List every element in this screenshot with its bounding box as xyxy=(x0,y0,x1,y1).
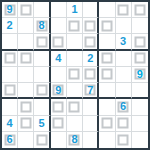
cell-r7c5[interactable] xyxy=(83,116,99,132)
cell-r0c8[interactable] xyxy=(132,2,148,18)
cell-r3c1[interactable] xyxy=(18,51,34,67)
high-digit-marker xyxy=(85,20,96,31)
cell-r1c3[interactable] xyxy=(51,18,67,34)
high-digit-marker xyxy=(69,20,80,31)
high-digit-marker xyxy=(20,118,31,129)
high-digit-marker xyxy=(101,69,112,80)
cell-r2c1[interactable] xyxy=(18,34,34,50)
high-digit-marker xyxy=(36,36,47,47)
cell-r2c3[interactable] xyxy=(51,34,67,50)
cell-r4c2[interactable] xyxy=(34,67,50,83)
cell-digit: 4 xyxy=(7,118,13,129)
high-digit-marker xyxy=(69,101,80,112)
cell-digit: 7 xyxy=(87,85,93,96)
cell-r5c1[interactable] xyxy=(18,83,34,99)
high-digit-marker xyxy=(101,20,112,31)
cell-r3c6[interactable] xyxy=(99,51,115,67)
cell-r6c1[interactable] xyxy=(18,99,34,115)
high-digit-marker xyxy=(85,69,96,80)
cell-r0c5[interactable] xyxy=(83,2,99,18)
cell-r1c4[interactable] xyxy=(67,18,83,34)
high-digit-marker xyxy=(20,101,31,112)
cell-digit: 9 xyxy=(137,69,143,80)
cell-r7c2[interactable]: 5 xyxy=(34,116,50,132)
cell-r5c4[interactable] xyxy=(67,83,83,99)
high-digit-marker xyxy=(101,118,112,129)
high-digit-marker xyxy=(4,85,15,96)
cell-r4c8[interactable]: 9 xyxy=(132,67,148,83)
cell-r5c5[interactable]: 7 xyxy=(83,83,99,99)
cell-r6c7[interactable]: 6 xyxy=(116,99,132,115)
cell-r0c0[interactable]: 9 xyxy=(2,2,18,18)
cell-r7c0[interactable]: 4 xyxy=(2,116,18,132)
high-digit-marker xyxy=(134,4,145,15)
cell-r3c4[interactable] xyxy=(67,51,83,67)
cell-r8c3[interactable] xyxy=(51,132,67,148)
cell-r7c6[interactable] xyxy=(99,116,115,132)
high-digit-marker xyxy=(20,53,31,64)
cell-r1c1[interactable] xyxy=(18,18,34,34)
cell-r8c6[interactable] xyxy=(99,132,115,148)
cell-r5c3[interactable]: 9 xyxy=(51,83,67,99)
cell-r6c2[interactable] xyxy=(34,99,50,115)
cell-r4c7[interactable] xyxy=(116,67,132,83)
cell-r3c8[interactable] xyxy=(132,51,148,67)
cell-r2c8[interactable] xyxy=(132,34,148,50)
cell-r2c5[interactable] xyxy=(83,34,99,50)
high-digit-marker xyxy=(101,53,112,64)
cell-r7c4[interactable] xyxy=(67,116,83,132)
cell-digit: 3 xyxy=(120,36,126,47)
cell-r4c6[interactable] xyxy=(99,67,115,83)
cell-r8c0[interactable]: 6 xyxy=(2,132,18,148)
cell-r7c3[interactable] xyxy=(51,116,67,132)
cell-r4c5[interactable] xyxy=(83,67,99,83)
high-digit-marker xyxy=(69,69,80,80)
cell-r0c4[interactable]: 1 xyxy=(67,2,83,18)
cell-digit: 2 xyxy=(87,53,93,64)
cell-r4c3[interactable] xyxy=(51,67,67,83)
cell-r1c6[interactable] xyxy=(99,18,115,34)
cell-digit: 4 xyxy=(55,53,61,64)
cell-r2c6[interactable] xyxy=(99,34,115,50)
cell-digit: 8 xyxy=(71,134,77,145)
cell-r3c7[interactable] xyxy=(116,51,132,67)
cell-r1c8[interactable] xyxy=(132,18,148,34)
cell-r6c6[interactable] xyxy=(99,99,115,115)
cell-r1c7[interactable] xyxy=(116,18,132,34)
cell-digit: 8 xyxy=(38,20,44,31)
cell-r2c4[interactable] xyxy=(67,34,83,50)
cell-r3c3[interactable]: 4 xyxy=(51,51,67,67)
cell-digit: 5 xyxy=(38,118,44,129)
cell-r0c3[interactable] xyxy=(51,2,67,18)
cell-r8c8[interactable] xyxy=(132,132,148,148)
high-digit-marker xyxy=(134,53,145,64)
high-digit-marker xyxy=(118,134,129,145)
cell-r0c6[interactable] xyxy=(99,2,115,18)
cell-digit: 9 xyxy=(55,85,61,96)
cell-r7c1[interactable] xyxy=(18,116,34,132)
high-digit-marker xyxy=(134,36,145,47)
cell-r3c2[interactable] xyxy=(34,51,50,67)
sudoku-board: 912834299764568 xyxy=(0,0,150,150)
cell-r3c5[interactable]: 2 xyxy=(83,51,99,67)
cell-digit: 1 xyxy=(71,4,77,15)
cell-r5c0[interactable] xyxy=(2,83,18,99)
cell-r2c0[interactable] xyxy=(2,34,18,50)
high-digit-marker xyxy=(118,118,129,129)
cell-r7c7[interactable] xyxy=(116,116,132,132)
cell-r8c5[interactable] xyxy=(83,132,99,148)
high-digit-marker xyxy=(36,134,47,145)
cell-r5c6[interactable] xyxy=(99,83,115,99)
high-digit-marker xyxy=(53,101,64,112)
cell-r1c0[interactable]: 2 xyxy=(2,18,18,34)
cell-r3c0[interactable] xyxy=(2,51,18,67)
high-digit-marker xyxy=(4,53,15,64)
cell-r0c1[interactable] xyxy=(18,2,34,18)
high-digit-marker xyxy=(53,118,64,129)
high-digit-marker xyxy=(85,36,96,47)
cell-r5c2[interactable] xyxy=(34,83,50,99)
high-digit-marker xyxy=(118,4,129,15)
high-digit-marker xyxy=(36,85,47,96)
cell-r1c5[interactable] xyxy=(83,18,99,34)
cell-r2c2[interactable] xyxy=(34,34,50,50)
cell-digit: 6 xyxy=(7,134,13,145)
cell-r6c5[interactable] xyxy=(83,99,99,115)
cell-r8c2[interactable] xyxy=(34,132,50,148)
cell-r1c2[interactable]: 8 xyxy=(34,18,50,34)
cell-r4c4[interactable] xyxy=(67,67,83,83)
cell-r8c4[interactable]: 8 xyxy=(67,132,83,148)
high-digit-marker xyxy=(20,4,31,15)
cell-r6c3[interactable] xyxy=(51,99,67,115)
cell-r6c8[interactable] xyxy=(132,99,148,115)
cell-digit: 9 xyxy=(7,4,13,15)
high-digit-marker xyxy=(53,36,64,47)
cell-r5c8[interactable] xyxy=(132,83,148,99)
cell-r4c1[interactable] xyxy=(18,67,34,83)
cell-digit: 6 xyxy=(120,101,126,112)
cell-digit: 2 xyxy=(7,20,13,31)
cell-r7c8[interactable] xyxy=(132,116,148,132)
cell-r0c2[interactable] xyxy=(34,2,50,18)
cell-r8c7[interactable] xyxy=(116,132,132,148)
cell-r6c0[interactable] xyxy=(2,99,18,115)
cell-r6c4[interactable] xyxy=(67,99,83,115)
cell-r4c0[interactable] xyxy=(2,67,18,83)
cell-r0c7[interactable] xyxy=(116,2,132,18)
cell-r8c1[interactable] xyxy=(18,132,34,148)
cell-r2c7[interactable]: 3 xyxy=(116,34,132,50)
cell-r5c7[interactable] xyxy=(116,83,132,99)
